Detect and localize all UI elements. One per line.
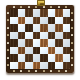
board-grid (10, 9, 70, 69)
frame-inlay-mark (7, 27, 9, 29)
square-a2 (10, 54, 18, 62)
square-g4 (55, 39, 63, 47)
frame-inlay-mark (71, 19, 73, 21)
square-b4 (18, 39, 26, 47)
frame-inlay-mark (65, 6, 67, 8)
chess-board-photo (0, 0, 80, 80)
frame-inlay-mark (35, 70, 37, 72)
frame-inlay-mark (7, 12, 9, 14)
square-e3 (40, 47, 48, 55)
square-b7 (18, 17, 26, 25)
square-c8 (25, 9, 33, 17)
frame-inlay-mark (50, 6, 52, 8)
square-h5 (63, 32, 71, 40)
square-a8 (10, 9, 18, 17)
frame-inlay-mark (28, 6, 30, 8)
square-e4 (40, 39, 48, 47)
square-b5 (18, 32, 26, 40)
square-f4 (48, 39, 56, 47)
square-f3 (48, 47, 56, 55)
square-a6 (10, 24, 18, 32)
square-b2 (18, 54, 26, 62)
square-d7 (33, 17, 41, 25)
square-e5 (40, 32, 48, 40)
square-g6 (55, 24, 63, 32)
square-e8 (40, 9, 48, 17)
square-g5 (55, 32, 63, 40)
frame-inlay-mark (71, 57, 73, 59)
square-g8 (55, 9, 63, 17)
square-h3 (63, 47, 71, 55)
square-c5 (25, 32, 33, 40)
frame-inlay-mark (20, 6, 22, 8)
square-d2 (33, 54, 41, 62)
square-d6 (33, 24, 41, 32)
square-e6 (40, 24, 48, 32)
square-a5 (10, 32, 18, 40)
square-b3 (18, 47, 26, 55)
square-c6 (25, 24, 33, 32)
square-b6 (18, 24, 26, 32)
square-d1 (33, 62, 41, 70)
square-b8 (18, 9, 26, 17)
square-d3 (33, 47, 41, 55)
square-a3 (10, 47, 18, 55)
square-f6 (48, 24, 56, 32)
frame-inlay-mark (71, 42, 73, 44)
square-g1 (55, 62, 63, 70)
square-d8 (33, 9, 41, 17)
frame-inlay-mark (20, 70, 22, 72)
square-f2 (48, 54, 56, 62)
frame-inlay-mark (7, 42, 9, 44)
brass-clasp (37, 0, 45, 6)
frame-inlay-mark (43, 6, 45, 8)
chess-board (6, 5, 74, 73)
frame-inlay-mark (28, 70, 30, 72)
frame-inlay-mark (65, 70, 67, 72)
square-h8 (63, 9, 71, 17)
square-f1 (48, 62, 56, 70)
square-h4 (63, 39, 71, 47)
frame-inlay-mark (71, 12, 73, 14)
frame-inlay-mark (71, 64, 73, 66)
square-g7 (55, 17, 63, 25)
square-h6 (63, 24, 71, 32)
square-d4 (33, 39, 41, 47)
frame-inlay-mark (13, 6, 15, 8)
frame-inlay-mark (35, 6, 37, 8)
square-e7 (40, 17, 48, 25)
square-e1 (40, 62, 48, 70)
frame-inlay-mark (58, 70, 60, 72)
frame-inlay-mark (7, 19, 9, 21)
square-f7 (48, 17, 56, 25)
square-e2 (40, 54, 48, 62)
square-c2 (25, 54, 33, 62)
frame-inlay-mark (7, 64, 9, 66)
square-f5 (48, 32, 56, 40)
frame-inlay-mark (71, 34, 73, 36)
square-b1 (18, 62, 26, 70)
frame-inlay-mark (13, 70, 15, 72)
square-a4 (10, 39, 18, 47)
square-c7 (25, 17, 33, 25)
frame-inlay-mark (58, 6, 60, 8)
square-h1 (63, 62, 71, 70)
square-g3 (55, 47, 63, 55)
square-h7 (63, 17, 71, 25)
square-g2 (55, 54, 63, 62)
frame-inlay-mark (71, 27, 73, 29)
frame-inlay-mark (50, 70, 52, 72)
frame-inlay-mark (71, 49, 73, 51)
square-h2 (63, 54, 71, 62)
clasp-keeper (40, 3, 45, 4)
square-c3 (25, 47, 33, 55)
frame-inlay-mark (7, 49, 9, 51)
square-c1 (25, 62, 33, 70)
square-a1 (10, 62, 18, 70)
frame-inlay-mark (7, 34, 9, 36)
square-c4 (25, 39, 33, 47)
square-a7 (10, 17, 18, 25)
frame-inlay-mark (43, 70, 45, 72)
square-f8 (48, 9, 56, 17)
frame-inlay-mark (7, 57, 9, 59)
square-d5 (33, 32, 41, 40)
